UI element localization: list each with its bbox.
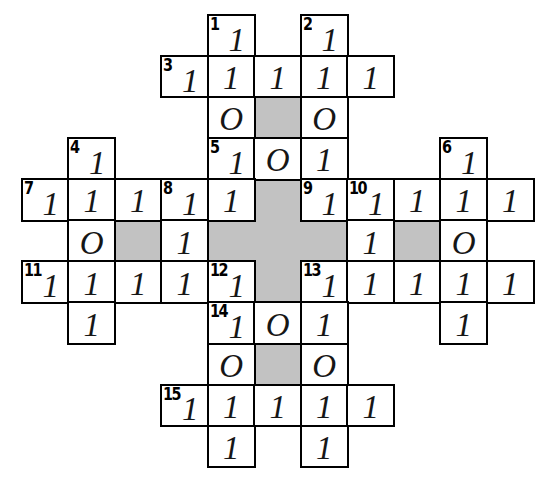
clue-number: 5 (210, 138, 218, 156)
blocked-cell (394, 220, 441, 261)
clue-number: 8 (163, 179, 171, 197)
grid-cell[interactable]: 1 (67, 260, 116, 303)
clue-number: 13 (303, 261, 320, 279)
grid-cell[interactable]: O (207, 343, 256, 386)
grid-cell[interactable]: 1 (346, 55, 395, 98)
grid-cell[interactable]: 1 (439, 260, 488, 303)
cell-value: O (452, 227, 476, 260)
clue-number: 2 (303, 15, 311, 33)
cell-value: 1 (363, 62, 380, 95)
cell-value: 1 (502, 268, 519, 301)
blocked-cell (255, 220, 302, 261)
clue-number: 15 (163, 385, 180, 403)
cell-value: 1 (229, 147, 246, 180)
grid-cell[interactable]: 1 (439, 301, 488, 344)
cell-value: 1 (43, 188, 60, 221)
clue-number: 1 (210, 15, 218, 33)
grid-cell[interactable]: 1 (253, 55, 302, 98)
grid-cell[interactable]: 1 (160, 219, 209, 262)
grid-cell[interactable]: 1 (300, 301, 349, 344)
grid-cell[interactable]: 21 (300, 14, 349, 57)
cell-value: 1 (322, 188, 339, 221)
grid-cell[interactable]: 31 (160, 55, 209, 98)
cell-value: 1 (363, 227, 380, 260)
cell-value: 1 (316, 309, 333, 342)
grid-cell[interactable]: O (300, 96, 349, 139)
grid-cell[interactable]: 11 (207, 14, 256, 57)
cell-value: 1 (502, 185, 519, 218)
blocked-cell (255, 179, 302, 220)
grid-cell[interactable]: 1 (300, 384, 349, 427)
grid-cell[interactable]: 1 (114, 260, 163, 303)
clue-number: 14 (210, 302, 227, 320)
grid-cell[interactable]: O (300, 343, 349, 386)
grid-cell[interactable]: 1 (486, 260, 535, 303)
grid-cell[interactable]: O (67, 219, 116, 262)
grid-cell[interactable]: 1 (160, 260, 209, 303)
grid-cell[interactable]: O (253, 301, 302, 344)
grid-cell[interactable]: 101 (346, 178, 395, 221)
cell-value: 1 (84, 185, 101, 218)
cell-value: 1 (84, 309, 101, 342)
cell-value: 1 (316, 432, 333, 465)
cell-value: 1 (223, 62, 240, 95)
grid-cell[interactable]: 1 (253, 384, 302, 427)
grid-cell[interactable]: 1 (300, 425, 349, 468)
clue-number: 4 (70, 138, 78, 156)
grid-cell[interactable]: 1 (393, 178, 442, 221)
puzzle-page: 1121311111OO4151O161711181191101111O11O1… (0, 0, 550, 485)
grid-cell[interactable]: 1 (207, 55, 256, 98)
grid-cell[interactable]: 131 (300, 260, 349, 303)
grid-cell[interactable]: 1 (346, 384, 395, 427)
cell-value: 1 (182, 393, 199, 426)
cell-value: 1 (363, 391, 380, 424)
grid-cell[interactable]: 1 (300, 137, 349, 180)
grid-cell[interactable]: 121 (207, 260, 256, 303)
cell-value: 1 (456, 309, 473, 342)
grid-cell[interactable]: 91 (300, 178, 349, 221)
cell-value: 1 (316, 62, 333, 95)
cell-value: 1 (182, 188, 199, 221)
grid-cell[interactable]: 1 (486, 178, 535, 221)
clue-number: 6 (442, 138, 450, 156)
grid-cell[interactable]: 1 (114, 178, 163, 221)
cell-value: 1 (270, 391, 287, 424)
grid-cell[interactable]: 1 (439, 178, 488, 221)
cell-value: 1 (130, 268, 147, 301)
grid-cell[interactable]: 1 (346, 219, 395, 262)
cell-value: 1 (409, 268, 426, 301)
cell-value: 1 (409, 185, 426, 218)
grid-cell[interactable]: 141 (207, 301, 256, 344)
cell-value: 1 (229, 270, 246, 303)
blocked-cell (115, 220, 162, 261)
grid-cell[interactable]: 111 (21, 260, 70, 303)
cell-value: 1 (177, 268, 194, 301)
cell-value: 1 (322, 24, 339, 57)
grid-cell[interactable]: 1 (346, 260, 395, 303)
cell-value: 1 (223, 391, 240, 424)
cell-value: O (266, 144, 290, 177)
cell-value: O (312, 350, 336, 383)
cell-value: 1 (89, 147, 106, 180)
clue-number: 9 (303, 179, 311, 197)
clue-number: 12 (210, 261, 227, 279)
cell-value: 1 (182, 65, 199, 98)
cell-value: O (80, 227, 104, 260)
cell-value: O (219, 350, 243, 383)
cell-value: 1 (461, 147, 478, 180)
puzzle-board: 1121311111OO4151O161711181191101111O11O1… (22, 15, 534, 467)
cell-value: O (266, 309, 290, 342)
grid-cell[interactable]: 1 (207, 425, 256, 468)
grid-cell[interactable]: 51 (207, 137, 256, 180)
grid-cell[interactable]: 41 (67, 137, 116, 180)
cell-value: 1 (223, 432, 240, 465)
cell-value: 1 (229, 24, 246, 57)
grid-cell[interactable]: 1 (300, 55, 349, 98)
grid-cell[interactable]: 71 (21, 178, 70, 221)
clue-number: 3 (163, 56, 171, 74)
blocked-cell (255, 262, 302, 303)
grid-cell[interactable]: O (207, 96, 256, 139)
cell-value: O (312, 103, 336, 136)
blocked-cell (301, 220, 348, 261)
grid-cell[interactable]: 61 (439, 137, 488, 180)
cell-value: 1 (43, 270, 60, 303)
clue-number: 10 (349, 179, 366, 197)
cell-value: 1 (130, 185, 147, 218)
cell-value: 1 (229, 311, 246, 344)
cell-value: 1 (177, 227, 194, 260)
blocked-cell (208, 220, 255, 261)
grid-cell[interactable]: 81 (160, 178, 209, 221)
grid-cell[interactable]: 1 (393, 260, 442, 303)
clue-number: 11 (24, 261, 41, 279)
cell-value: 1 (368, 188, 385, 221)
grid-cell[interactable]: O (439, 219, 488, 262)
cell-value: 1 (270, 62, 287, 95)
cell-value: 1 (316, 144, 333, 177)
grid-cell[interactable]: 1 (67, 301, 116, 344)
cell-value: 1 (316, 391, 333, 424)
cell-value: 1 (223, 185, 240, 218)
cell-value: 1 (456, 268, 473, 301)
grid-cell[interactable]: O (253, 137, 302, 180)
grid-cell[interactable]: 1 (207, 384, 256, 427)
cell-value: 1 (322, 270, 339, 303)
grid-cell[interactable]: 1 (67, 178, 116, 221)
cell-value: 1 (363, 268, 380, 301)
blocked-cell (255, 97, 302, 138)
grid-cell[interactable]: 1 (207, 178, 256, 221)
blocked-cell (255, 344, 302, 385)
grid-cell[interactable]: 151 (160, 384, 209, 427)
cell-value: 1 (84, 268, 101, 301)
cell-value: 1 (456, 185, 473, 218)
cell-value: O (219, 103, 243, 136)
clue-number: 7 (24, 179, 32, 197)
